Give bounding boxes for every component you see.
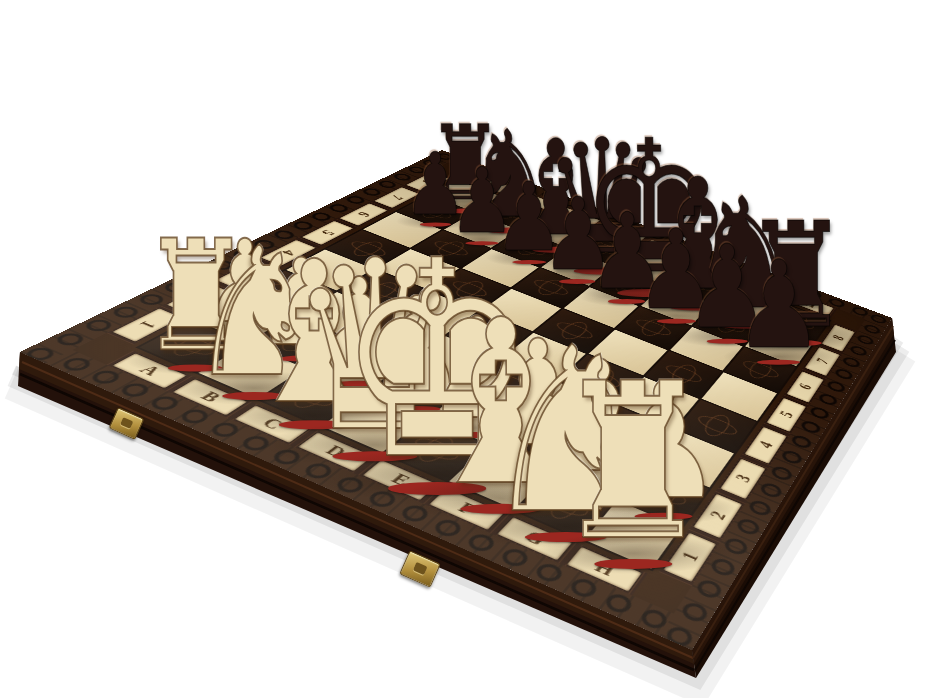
piece-glyph: ♟ <box>734 245 823 366</box>
piece-black-pawn[interactable]: ♟ <box>724 245 832 366</box>
photo-scene: ABCDEFGH ABCDEFGH 87654321 87654321 ♜♞♝♛… <box>0 0 930 698</box>
piece-glyph: ♜ <box>554 355 713 571</box>
piece-white-rook[interactable]: ♜ <box>536 355 730 571</box>
pieces-layer: ♜♞♝♛♚♝♞♜♟♟♟♟♟♟♟♟♟♟♟♟♟♟♟♟♜♞♝♛♚♝♞♜ <box>0 0 930 698</box>
